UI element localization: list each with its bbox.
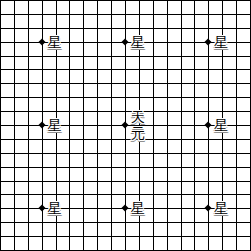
board-cell — [181, 28, 195, 42]
board-cell — [139, 97, 153, 111]
board-cell — [125, 0, 139, 14]
board-cell — [28, 222, 42, 236]
board-cell — [222, 97, 236, 111]
board-cell — [0, 42, 14, 56]
board-cell — [28, 111, 42, 125]
board-cell — [42, 208, 56, 222]
board-cell — [14, 236, 28, 250]
board-cell — [42, 56, 56, 70]
board-cell — [97, 194, 111, 208]
board-cell — [167, 97, 181, 111]
board-cell — [222, 69, 236, 83]
board-cell — [167, 56, 181, 70]
board-cell — [0, 83, 14, 97]
board-cell — [42, 194, 56, 208]
board-cell — [139, 14, 153, 28]
board-cell — [111, 28, 125, 42]
board-cell — [139, 111, 153, 125]
board-cell — [42, 111, 56, 125]
board-cell — [14, 222, 28, 236]
board-cell — [69, 42, 83, 56]
board-cell — [167, 69, 181, 83]
board-cell — [83, 194, 97, 208]
board-cell — [139, 167, 153, 181]
board-cell — [28, 167, 42, 181]
board-cell — [208, 28, 222, 42]
board-cell — [69, 28, 83, 42]
board-cell — [69, 0, 83, 14]
board-cell — [111, 69, 125, 83]
board-cell — [97, 0, 111, 14]
board-cell — [28, 69, 42, 83]
board-cell — [153, 111, 167, 125]
board-cell — [236, 42, 250, 56]
board-cell — [0, 167, 14, 181]
board-cell — [83, 236, 97, 250]
board-cell — [56, 97, 70, 111]
board-cell — [236, 97, 250, 111]
board-cell — [181, 153, 195, 167]
board-cell — [194, 14, 208, 28]
board-cell — [167, 28, 181, 42]
board-cell — [42, 222, 56, 236]
board-cell — [153, 0, 167, 14]
board-cell — [97, 153, 111, 167]
board-cell — [83, 56, 97, 70]
board-cell — [125, 167, 139, 181]
board-cell — [167, 222, 181, 236]
board-cell — [83, 0, 97, 14]
board-cell — [111, 208, 125, 222]
board-cell — [222, 222, 236, 236]
board-cell — [181, 69, 195, 83]
board-cell — [69, 167, 83, 181]
board-cell — [153, 208, 167, 222]
board-cell — [42, 97, 56, 111]
board-cell — [139, 83, 153, 97]
board-cell — [56, 56, 70, 70]
board-cell — [139, 153, 153, 167]
board-cell — [56, 83, 70, 97]
board-cell — [167, 125, 181, 139]
board-cell — [125, 125, 139, 139]
board-cell — [222, 42, 236, 56]
board-cell — [125, 14, 139, 28]
board-cell — [236, 56, 250, 70]
board-cell — [111, 167, 125, 181]
board-cell — [222, 181, 236, 195]
board-cell — [42, 167, 56, 181]
board-cell — [222, 139, 236, 153]
board-cell — [14, 208, 28, 222]
board-cell — [56, 236, 70, 250]
board-cell — [181, 222, 195, 236]
board-cell — [139, 194, 153, 208]
board-cell — [236, 181, 250, 195]
board-cell — [56, 222, 70, 236]
board-cell — [56, 125, 70, 139]
board-cell — [69, 83, 83, 97]
board-cell — [56, 0, 70, 14]
board-cell — [111, 97, 125, 111]
board-cell — [69, 56, 83, 70]
board-cell — [111, 236, 125, 250]
board-cell — [69, 14, 83, 28]
board-cell — [111, 194, 125, 208]
board-cell — [125, 153, 139, 167]
board-cell — [0, 111, 14, 125]
board-cell — [83, 111, 97, 125]
board-cell — [139, 125, 153, 139]
board-cell — [14, 14, 28, 28]
board-cell — [42, 153, 56, 167]
board-cell — [194, 42, 208, 56]
board-cell — [181, 0, 195, 14]
board-cell — [208, 125, 222, 139]
board-cell — [139, 139, 153, 153]
board-cell — [69, 208, 83, 222]
board-cell — [0, 0, 14, 14]
board-cell — [167, 0, 181, 14]
board-cell — [222, 83, 236, 97]
board-cell — [42, 236, 56, 250]
board-cell — [97, 42, 111, 56]
board-cell — [0, 222, 14, 236]
board-cell — [194, 208, 208, 222]
board-cell — [236, 0, 250, 14]
board-cell — [42, 139, 56, 153]
board-cell — [181, 14, 195, 28]
board-cell — [139, 236, 153, 250]
board-cell — [14, 153, 28, 167]
board-cell — [167, 236, 181, 250]
board-cell — [69, 111, 83, 125]
board-cell — [153, 83, 167, 97]
board-cell — [139, 181, 153, 195]
board-cell — [167, 139, 181, 153]
board-cell — [181, 208, 195, 222]
board-cell — [194, 56, 208, 70]
board-cell — [181, 83, 195, 97]
board-cell — [153, 236, 167, 250]
board-cell — [28, 194, 42, 208]
board-cell — [69, 222, 83, 236]
board-cell — [111, 83, 125, 97]
board-cell — [97, 83, 111, 97]
board-cell — [125, 97, 139, 111]
board-cell — [28, 97, 42, 111]
board-cell — [0, 56, 14, 70]
board-cell — [139, 28, 153, 42]
board-cell — [28, 83, 42, 97]
board-cell — [236, 28, 250, 42]
board-cell — [111, 56, 125, 70]
board-cell — [125, 181, 139, 195]
board-cell — [153, 69, 167, 83]
board-cell — [236, 14, 250, 28]
board-cell — [56, 69, 70, 83]
board-cell — [167, 153, 181, 167]
board-cell — [194, 69, 208, 83]
board-cell — [56, 139, 70, 153]
board-cell — [208, 167, 222, 181]
board-cell — [194, 153, 208, 167]
board-cell — [194, 83, 208, 97]
board-cell — [56, 194, 70, 208]
board-cell — [194, 97, 208, 111]
board-cell — [0, 125, 14, 139]
board-cell — [56, 14, 70, 28]
board-cell — [83, 28, 97, 42]
board-cell — [167, 83, 181, 97]
board-cell — [42, 28, 56, 42]
board-cell — [69, 125, 83, 139]
board-cell — [139, 42, 153, 56]
go-board-diagram: 星星星星天元星星星星 — [0, 0, 251, 251]
board-cell — [42, 181, 56, 195]
board-cell — [181, 97, 195, 111]
board-cell — [222, 236, 236, 250]
board-cell — [236, 194, 250, 208]
board-cell — [167, 208, 181, 222]
board-cell — [208, 139, 222, 153]
go-board — [0, 0, 251, 251]
board-cell — [222, 28, 236, 42]
board-cell — [139, 56, 153, 70]
board-cell — [153, 181, 167, 195]
board-cell — [56, 208, 70, 222]
board-cell — [111, 14, 125, 28]
board-cell — [222, 14, 236, 28]
board-cell — [14, 111, 28, 125]
board-cell — [208, 208, 222, 222]
board-cell — [83, 42, 97, 56]
board-cell — [28, 42, 42, 56]
board-cell — [0, 194, 14, 208]
board-cell — [14, 167, 28, 181]
board-cell — [28, 0, 42, 14]
board-cell — [28, 28, 42, 42]
board-cell — [14, 0, 28, 14]
board-cell — [236, 153, 250, 167]
board-cell — [125, 236, 139, 250]
board-cell — [97, 139, 111, 153]
board-cell — [28, 14, 42, 28]
board-cell — [222, 125, 236, 139]
board-cell — [0, 139, 14, 153]
board-cell — [0, 69, 14, 83]
board-cell — [181, 139, 195, 153]
board-cell — [139, 222, 153, 236]
board-cell — [111, 0, 125, 14]
board-cell — [222, 0, 236, 14]
board-cell — [97, 56, 111, 70]
board-cell — [153, 167, 167, 181]
board-cell — [153, 28, 167, 42]
board-cell — [153, 56, 167, 70]
board-cell — [125, 42, 139, 56]
board-cell — [28, 139, 42, 153]
board-cell — [167, 194, 181, 208]
board-cell — [83, 69, 97, 83]
board-cell — [222, 56, 236, 70]
board-cell — [42, 69, 56, 83]
board-cell — [83, 14, 97, 28]
board-cell — [56, 153, 70, 167]
board-cell — [0, 28, 14, 42]
board-cell — [56, 42, 70, 56]
board-cell — [236, 111, 250, 125]
board-cell — [208, 111, 222, 125]
board-cell — [69, 153, 83, 167]
board-cell — [111, 153, 125, 167]
board-cell — [181, 236, 195, 250]
board-cell — [236, 125, 250, 139]
board-cell — [83, 139, 97, 153]
board-cell — [83, 208, 97, 222]
board-cell — [125, 56, 139, 70]
board-cell — [181, 42, 195, 56]
board-cell — [194, 28, 208, 42]
board-cell — [14, 56, 28, 70]
board-cell — [222, 111, 236, 125]
board-cell — [194, 236, 208, 250]
board-cell — [69, 181, 83, 195]
board-cell — [69, 194, 83, 208]
board-cell — [111, 111, 125, 125]
board-cell — [208, 181, 222, 195]
board-cell — [208, 236, 222, 250]
board-cell — [194, 139, 208, 153]
board-cell — [236, 167, 250, 181]
board-cell — [83, 97, 97, 111]
board-cell — [83, 125, 97, 139]
board-cell — [97, 97, 111, 111]
board-cell — [28, 181, 42, 195]
board-cell — [194, 194, 208, 208]
board-cell — [153, 97, 167, 111]
board-cell — [181, 167, 195, 181]
board-cell — [0, 236, 14, 250]
board-cell — [222, 194, 236, 208]
board-cell — [97, 236, 111, 250]
board-cell — [125, 83, 139, 97]
board-cell — [125, 139, 139, 153]
board-cell — [222, 208, 236, 222]
board-cell — [111, 222, 125, 236]
board-cell — [236, 208, 250, 222]
board-cell — [167, 111, 181, 125]
board-cell — [97, 69, 111, 83]
board-cell — [83, 167, 97, 181]
board-cell — [14, 139, 28, 153]
board-cell — [14, 97, 28, 111]
board-cell — [167, 167, 181, 181]
board-cell — [97, 28, 111, 42]
board-cell — [194, 181, 208, 195]
board-cell — [0, 181, 14, 195]
board-cell — [28, 56, 42, 70]
board-cell — [194, 111, 208, 125]
board-cell — [14, 194, 28, 208]
board-cell — [125, 222, 139, 236]
board-cell — [181, 125, 195, 139]
board-cell — [208, 56, 222, 70]
board-cell — [111, 139, 125, 153]
board-cell — [97, 111, 111, 125]
board-cell — [139, 69, 153, 83]
board-cell — [28, 153, 42, 167]
board-cell — [111, 125, 125, 139]
board-cell — [125, 69, 139, 83]
board-cell — [208, 83, 222, 97]
board-cell — [83, 83, 97, 97]
board-cell — [181, 194, 195, 208]
board-cell — [194, 222, 208, 236]
board-cell — [208, 0, 222, 14]
board-cell — [14, 125, 28, 139]
board-cell — [167, 42, 181, 56]
board-cell — [194, 125, 208, 139]
board-cell — [208, 42, 222, 56]
board-cell — [0, 153, 14, 167]
board-cell — [181, 181, 195, 195]
board-cell — [208, 194, 222, 208]
board-cell — [97, 167, 111, 181]
board-cell — [97, 125, 111, 139]
board-cell — [167, 181, 181, 195]
board-cell — [42, 0, 56, 14]
board-cell — [69, 236, 83, 250]
board-cell — [28, 208, 42, 222]
board-cell — [83, 153, 97, 167]
board-cell — [153, 222, 167, 236]
board-cell — [181, 56, 195, 70]
board-cell — [194, 0, 208, 14]
board-cell — [111, 42, 125, 56]
board-cell — [208, 69, 222, 83]
board-cell — [208, 153, 222, 167]
board-cell — [56, 111, 70, 125]
board-cell — [153, 194, 167, 208]
board-cell — [222, 167, 236, 181]
board-cell — [83, 222, 97, 236]
board-cell — [153, 42, 167, 56]
board-cell — [153, 153, 167, 167]
board-cell — [208, 97, 222, 111]
board-cell — [236, 69, 250, 83]
board-cell — [42, 125, 56, 139]
board-cell — [56, 28, 70, 42]
board-cell — [83, 181, 97, 195]
board-cell — [208, 222, 222, 236]
board-cell — [14, 28, 28, 42]
board-cell — [97, 181, 111, 195]
board-cell — [56, 167, 70, 181]
board-cell — [139, 0, 153, 14]
board-cell — [222, 153, 236, 167]
board-cell — [28, 125, 42, 139]
board-cell — [14, 181, 28, 195]
board-cell — [14, 42, 28, 56]
board-cell — [153, 139, 167, 153]
board-cell — [139, 208, 153, 222]
board-cell — [69, 97, 83, 111]
board-cell — [14, 83, 28, 97]
board-cell — [42, 14, 56, 28]
board-cell — [153, 125, 167, 139]
board-cell — [97, 208, 111, 222]
